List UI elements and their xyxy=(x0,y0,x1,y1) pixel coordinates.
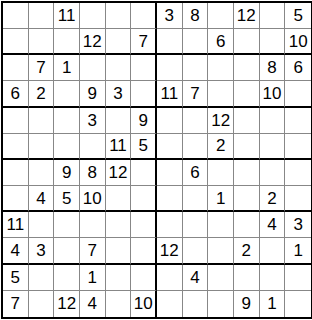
cell-r5c2-empty[interactable] xyxy=(29,108,55,134)
cell-r1c6-empty[interactable] xyxy=(131,3,157,29)
cell-r6c2-empty[interactable] xyxy=(29,134,55,160)
cell-r4c6-empty[interactable] xyxy=(131,81,157,107)
cell-r2c6-given: 7 xyxy=(131,29,157,55)
cell-r7c1-empty[interactable] xyxy=(3,160,29,186)
cell-r3c10-empty[interactable] xyxy=(234,55,260,81)
cell-r2c4-given: 12 xyxy=(80,29,106,55)
cell-r2c9-given: 6 xyxy=(208,29,234,55)
cell-r7c10-empty[interactable] xyxy=(234,160,260,186)
cell-r3c1-empty[interactable] xyxy=(3,55,29,81)
cell-r10c1-given: 4 xyxy=(3,238,29,264)
cell-r4c12-empty[interactable] xyxy=(285,81,311,107)
cell-r7c6-empty[interactable] xyxy=(131,160,157,186)
cell-r9c11-given: 4 xyxy=(260,212,286,238)
cell-r7c5-given: 12 xyxy=(106,160,132,186)
cell-r6c5-given: 11 xyxy=(106,134,132,160)
cell-r10c2-given: 3 xyxy=(29,238,55,264)
cell-r9c7-empty[interactable] xyxy=(157,212,183,238)
cell-r11c6-empty[interactable] xyxy=(131,265,157,291)
cell-r12c9-empty[interactable] xyxy=(208,291,234,317)
cell-r4c11-given: 10 xyxy=(260,81,286,107)
cell-r11c4-given: 1 xyxy=(80,265,106,291)
cell-r8c8-empty[interactable] xyxy=(183,186,209,212)
cell-r4c2-given: 2 xyxy=(29,81,55,107)
cell-r4c9-empty[interactable] xyxy=(208,81,234,107)
cell-r3c12-given: 6 xyxy=(285,55,311,81)
cell-r1c11-empty[interactable] xyxy=(260,3,286,29)
cell-r1c10-given: 12 xyxy=(234,3,260,29)
cell-r12c2-empty[interactable] xyxy=(29,291,55,317)
cell-r3c4-empty[interactable] xyxy=(80,55,106,81)
cell-r10c12-given: 1 xyxy=(285,238,311,264)
cell-r4c1-given: 6 xyxy=(3,81,29,107)
cell-r1c9-empty[interactable] xyxy=(208,3,234,29)
cell-r5c10-empty[interactable] xyxy=(234,108,260,134)
cell-r8c2-given: 4 xyxy=(29,186,55,212)
cell-r11c1-given: 5 xyxy=(3,265,29,291)
cell-r9c10-empty[interactable] xyxy=(234,212,260,238)
cell-r9c2-empty[interactable] xyxy=(29,212,55,238)
cell-r8c1-empty[interactable] xyxy=(3,186,29,212)
cell-r1c4-empty[interactable] xyxy=(80,3,106,29)
cell-r4c4-given: 9 xyxy=(80,81,106,107)
cell-r7c7-empty[interactable] xyxy=(157,160,183,186)
cell-r3c2-given: 7 xyxy=(29,55,55,81)
cell-r5c4-given: 3 xyxy=(80,108,106,134)
cell-r12c7-empty[interactable] xyxy=(157,291,183,317)
cell-r8c3-given: 5 xyxy=(54,186,80,212)
cell-r4c10-empty[interactable] xyxy=(234,81,260,107)
cell-r12c5-empty[interactable] xyxy=(106,291,132,317)
cell-r4c7-given: 11 xyxy=(157,81,183,107)
cell-r12c10-given: 9 xyxy=(234,291,260,317)
cell-r6c7-empty[interactable] xyxy=(157,134,183,160)
cell-r3c5-empty[interactable] xyxy=(106,55,132,81)
cell-r6c12-empty[interactable] xyxy=(285,134,311,160)
cell-r5c8-empty[interactable] xyxy=(183,108,209,134)
cell-r6c8-empty[interactable] xyxy=(183,134,209,160)
cell-r8c10-empty[interactable] xyxy=(234,186,260,212)
cell-r11c12-empty[interactable] xyxy=(285,265,311,291)
cell-r6c3-empty[interactable] xyxy=(54,134,80,160)
cell-r10c3-empty[interactable] xyxy=(54,238,80,264)
cell-r4c3-empty[interactable] xyxy=(54,81,80,107)
cell-r12c4-given: 4 xyxy=(80,291,106,317)
cell-r12c12-empty[interactable] xyxy=(285,291,311,317)
cell-r12c6-given: 10 xyxy=(131,291,157,317)
cell-r11c5-empty[interactable] xyxy=(106,265,132,291)
cell-r6c9-given: 2 xyxy=(208,134,234,160)
cell-r10c10-given: 2 xyxy=(234,238,260,264)
cell-r4c5-given: 3 xyxy=(106,81,132,107)
cell-r6c11-empty[interactable] xyxy=(260,134,286,160)
cell-r11c2-empty[interactable] xyxy=(29,265,55,291)
cell-r2c1-empty[interactable] xyxy=(3,29,29,55)
cell-r11c10-empty[interactable] xyxy=(234,265,260,291)
cell-r8c6-empty[interactable] xyxy=(131,186,157,212)
cell-r8c5-empty[interactable] xyxy=(106,186,132,212)
cell-r2c10-empty[interactable] xyxy=(234,29,260,55)
cell-r7c12-empty[interactable] xyxy=(285,160,311,186)
cell-r6c1-empty[interactable] xyxy=(3,134,29,160)
cell-r11c9-empty[interactable] xyxy=(208,265,234,291)
cell-r8c7-empty[interactable] xyxy=(157,186,183,212)
cell-r7c8-given: 6 xyxy=(183,160,209,186)
cell-r6c6-given: 5 xyxy=(131,134,157,160)
cell-r11c7-empty[interactable] xyxy=(157,265,183,291)
cell-r12c11-given: 1 xyxy=(260,291,286,317)
cell-r7c2-empty[interactable] xyxy=(29,160,55,186)
cell-r5c1-empty[interactable] xyxy=(3,108,29,134)
cell-r3c3-given: 1 xyxy=(54,55,80,81)
cell-r7c4-given: 8 xyxy=(80,160,106,186)
cell-r3c11-given: 8 xyxy=(260,55,286,81)
cell-r6c4-empty[interactable] xyxy=(80,134,106,160)
cell-r5c7-empty[interactable] xyxy=(157,108,183,134)
cell-r10c6-empty[interactable] xyxy=(131,238,157,264)
cell-r7c9-empty[interactable] xyxy=(208,160,234,186)
cell-r1c1-empty[interactable] xyxy=(3,3,29,29)
cell-r9c12-given: 3 xyxy=(285,212,311,238)
cell-r10c5-empty[interactable] xyxy=(106,238,132,264)
cell-r5c11-empty[interactable] xyxy=(260,108,286,134)
cell-r9c4-empty[interactable] xyxy=(80,212,106,238)
cell-r8c11-given: 2 xyxy=(260,186,286,212)
cell-r1c5-empty[interactable] xyxy=(106,3,132,29)
cell-r8c12-empty[interactable] xyxy=(285,186,311,212)
cell-r3c9-empty[interactable] xyxy=(208,55,234,81)
cell-r1c12-given: 5 xyxy=(285,3,311,29)
cell-r9c8-empty[interactable] xyxy=(183,212,209,238)
cell-r9c3-empty[interactable] xyxy=(54,212,80,238)
cell-r11c3-empty[interactable] xyxy=(54,265,80,291)
sudoku-board: 1138125127610718662931171039121152981264… xyxy=(1,1,312,319)
cell-r10c9-empty[interactable] xyxy=(208,238,234,264)
cell-r12c8-empty[interactable] xyxy=(183,291,209,317)
cell-r7c3-given: 9 xyxy=(54,160,80,186)
cell-r9c5-empty[interactable] xyxy=(106,212,132,238)
cell-r11c8-given: 4 xyxy=(183,265,209,291)
cell-r2c11-empty[interactable] xyxy=(260,29,286,55)
cell-r7c11-empty[interactable] xyxy=(260,160,286,186)
cell-r5c12-empty[interactable] xyxy=(285,108,311,134)
cell-r1c2-empty[interactable] xyxy=(29,3,55,29)
cell-r5c9-given: 12 xyxy=(208,108,234,134)
cell-r6c10-empty[interactable] xyxy=(234,134,260,160)
cell-r5c5-empty[interactable] xyxy=(106,108,132,134)
cell-r9c9-empty[interactable] xyxy=(208,212,234,238)
cell-r3c8-empty[interactable] xyxy=(183,55,209,81)
cell-r12c1-given: 7 xyxy=(3,291,29,317)
cell-r2c3-empty[interactable] xyxy=(54,29,80,55)
cell-r11c11-empty[interactable] xyxy=(260,265,286,291)
cell-r8c4-given: 10 xyxy=(80,186,106,212)
cell-r12c3-given: 12 xyxy=(54,291,80,317)
cell-r10c11-empty[interactable] xyxy=(260,238,286,264)
cell-r1c7-given: 3 xyxy=(157,3,183,29)
cell-r2c12-given: 10 xyxy=(285,29,311,55)
cell-r2c8-empty[interactable] xyxy=(183,29,209,55)
cell-r2c7-empty[interactable] xyxy=(157,29,183,55)
cell-r8c9-given: 1 xyxy=(208,186,234,212)
cell-r10c4-given: 7 xyxy=(80,238,106,264)
cell-r1c3-given: 11 xyxy=(54,3,80,29)
cell-r5c3-empty[interactable] xyxy=(54,108,80,134)
cell-r10c8-empty[interactable] xyxy=(183,238,209,264)
cell-r4c8-given: 7 xyxy=(183,81,209,107)
cell-r10c7-given: 12 xyxy=(157,238,183,264)
cell-r2c2-empty[interactable] xyxy=(29,29,55,55)
cell-r1c8-given: 8 xyxy=(183,3,209,29)
cell-r9c1-given: 11 xyxy=(3,212,29,238)
cell-r3c6-empty[interactable] xyxy=(131,55,157,81)
cell-r5c6-given: 9 xyxy=(131,108,157,134)
cell-r2c5-empty[interactable] xyxy=(106,29,132,55)
cell-r9c6-empty[interactable] xyxy=(131,212,157,238)
cell-r3c7-empty[interactable] xyxy=(157,55,183,81)
